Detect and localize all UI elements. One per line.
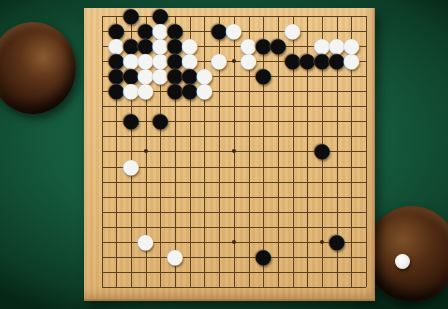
black-stone[interactable]: ● bbox=[327, 231, 347, 251]
grid-line-horizontal bbox=[102, 182, 367, 183]
white-stone[interactable]: ● bbox=[194, 80, 214, 100]
black-stone[interactable]: ● bbox=[150, 110, 170, 130]
white-stone[interactable]: ● bbox=[136, 231, 156, 251]
black-stone[interactable]: ● bbox=[312, 141, 332, 161]
star-point bbox=[232, 240, 236, 244]
stone-bowl-bottom-right bbox=[366, 206, 448, 302]
black-stone[interactable]: ● bbox=[253, 65, 273, 85]
white-stone[interactable]: ● bbox=[121, 156, 141, 176]
grid-line-horizontal bbox=[102, 212, 367, 213]
photo-scene: ●●●●●●●●●●●●●●●●●●●●●●●●●●●●●●●●●●●●●●●●… bbox=[0, 0, 448, 309]
white-stone[interactable]: ● bbox=[341, 50, 361, 70]
grid-line-vertical bbox=[366, 16, 367, 288]
stone-bowl-top-left bbox=[0, 22, 76, 114]
grid-line-horizontal bbox=[102, 227, 367, 228]
star-point bbox=[144, 149, 148, 153]
black-stone[interactable]: ● bbox=[121, 110, 141, 130]
grid-line-horizontal bbox=[102, 287, 367, 288]
white-stone[interactable]: ● bbox=[136, 80, 156, 100]
grid-line-horizontal bbox=[102, 257, 367, 258]
grid-line-horizontal bbox=[102, 197, 367, 198]
grid-line-horizontal bbox=[102, 272, 367, 273]
bowl-lid-white-stone bbox=[395, 254, 410, 269]
white-stone[interactable]: ● bbox=[165, 246, 185, 266]
grid-line-horizontal bbox=[102, 167, 367, 168]
black-stone[interactable]: ● bbox=[253, 246, 273, 266]
star-point bbox=[320, 240, 324, 244]
star-point bbox=[232, 59, 236, 63]
star-point bbox=[232, 149, 236, 153]
go-board[interactable]: ●●●●●●●●●●●●●●●●●●●●●●●●●●●●●●●●●●●●●●●●… bbox=[84, 8, 375, 301]
